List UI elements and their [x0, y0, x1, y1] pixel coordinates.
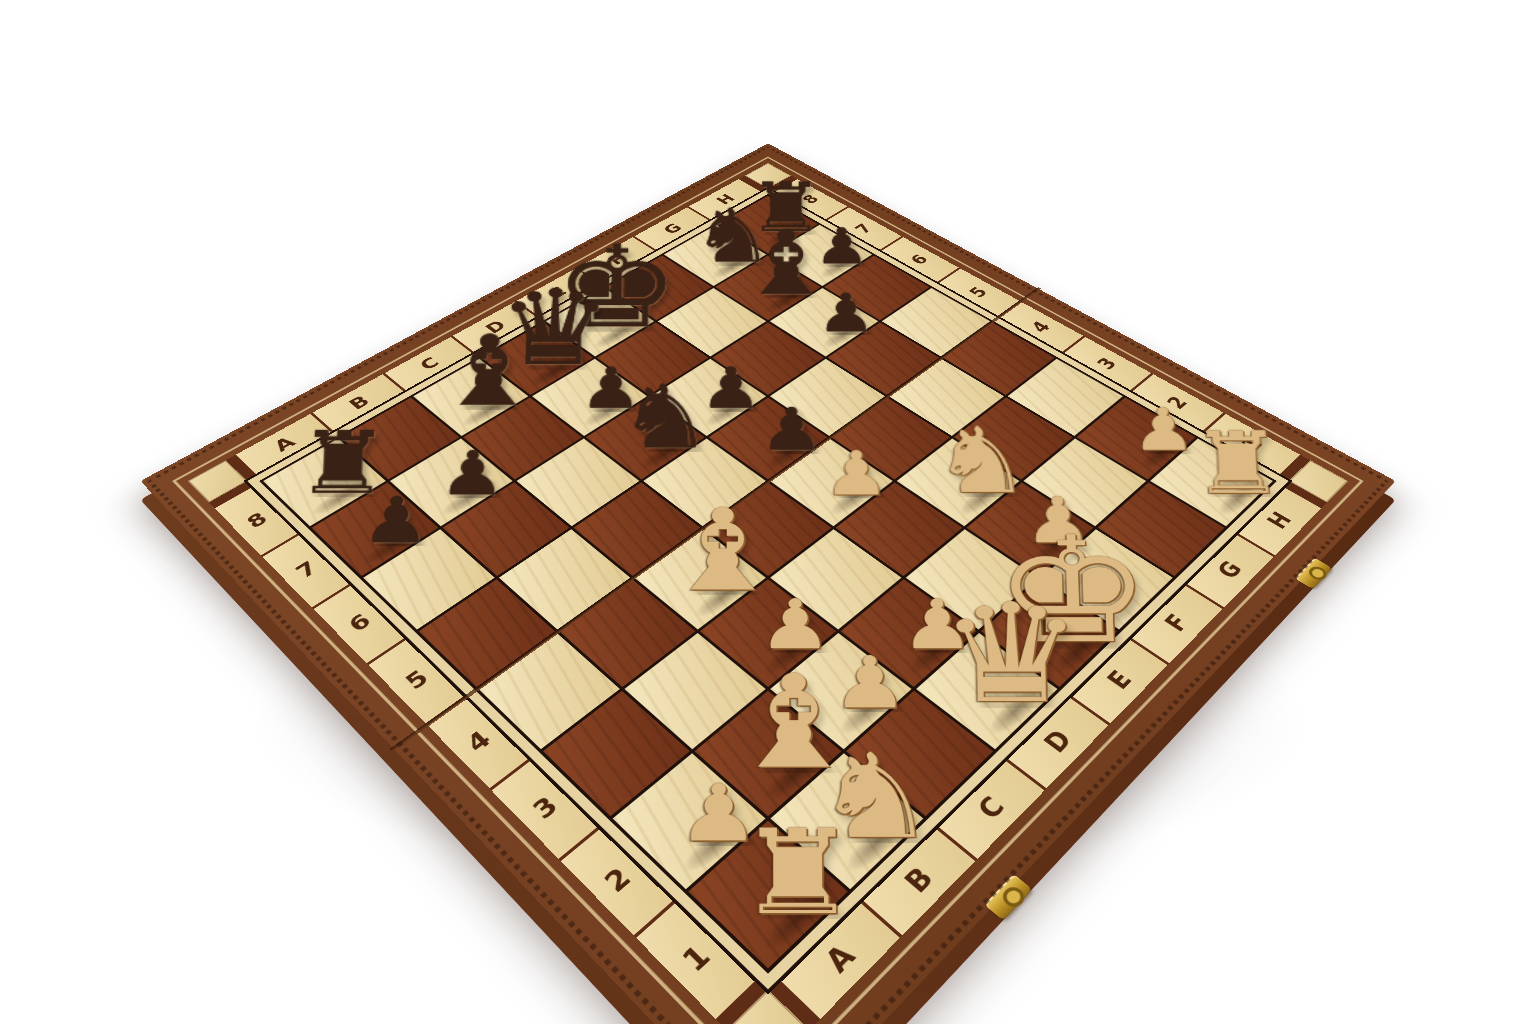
piece-white-queen-d1[interactable]: ♛ — [938, 589, 1087, 719]
piece-black-pawn-b7[interactable]: ♟ — [438, 445, 506, 503]
piece-white-knight-f3[interactable]: ♞ — [932, 418, 1033, 504]
piece-black-pawn-e5[interactable]: ♟ — [759, 402, 823, 458]
piece-white-pawn-h2[interactable]: ♟ — [1130, 402, 1196, 458]
piece-white-pawn-e4[interactable]: ♟ — [823, 445, 889, 503]
board-face: ABCDEFGH ABCDEFGH 87654321 87654321 ♜♝♛♚… — [140, 144, 1395, 1024]
piece-black-bishop-c8[interactable]: ♝ — [434, 325, 543, 418]
piece-black-pawn-g6[interactable]: ♟ — [817, 289, 876, 339]
piece-black-knight-d6[interactable]: ♞ — [617, 376, 713, 459]
piece-black-pawn-a7[interactable]: ♟ — [360, 491, 430, 551]
piece-white-rook-a1[interactable]: ♜ — [736, 817, 859, 928]
chess-board: ABCDEFGH ABCDEFGH 87654321 87654321 ♜♝♛♚… — [140, 144, 1395, 1024]
piece-white-rook-h1[interactable]: ♜ — [1189, 422, 1286, 504]
photo-scene: ABCDEFGH ABCDEFGH 87654321 87654321 ♜♝♛♚… — [0, 0, 1536, 1024]
